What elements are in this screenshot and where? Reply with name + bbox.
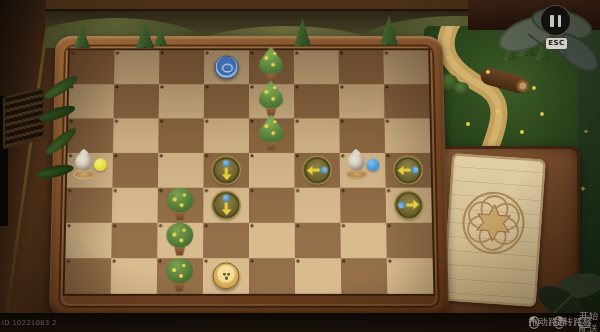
board-cell[interactable] <box>114 50 159 84</box>
hint-rotate-signpost: 旋转路标 <box>554 316 564 329</box>
board-cell[interactable] <box>112 188 158 223</box>
game-scene: ✦ ✦ ✦ ✦ ✦ ✦ ✦ ✦ ✦ ✦ <box>0 0 600 332</box>
board-cell[interactable] <box>249 258 295 294</box>
board-cell[interactable] <box>294 153 340 188</box>
board-cell[interactable] <box>294 84 339 118</box>
board-cell[interactable] <box>295 223 341 258</box>
board-cell[interactable] <box>249 188 295 223</box>
board-cell[interactable] <box>294 118 340 153</box>
board-cell[interactable] <box>384 84 430 118</box>
board-cell[interactable] <box>203 188 249 223</box>
board-cell[interactable] <box>339 118 385 153</box>
board-cell[interactable] <box>340 223 386 258</box>
board-cell[interactable] <box>65 258 112 294</box>
board-cell[interactable] <box>113 118 159 153</box>
hint-label: 开始配送 <box>579 310 600 332</box>
player-id-watermark: ID 10221083 2 <box>2 319 57 327</box>
grass-fronds <box>36 78 92 196</box>
board-cell[interactable] <box>249 223 295 258</box>
hint-start-delivery: 开始配送 <box>579 317 590 328</box>
control-hint-bar: 拖动路标 旋转路标 开始配送 <box>0 313 600 332</box>
pause-icon <box>550 15 554 27</box>
board-cell[interactable] <box>158 118 204 153</box>
board-cell[interactable] <box>294 50 339 84</box>
board-cell[interactable] <box>249 118 294 153</box>
hint-drag-signpost: 拖动路标 <box>529 316 539 329</box>
esc-key-label: ESC <box>546 38 567 49</box>
board-cell[interactable] <box>341 258 387 294</box>
board-cell[interactable] <box>339 50 384 84</box>
gold-star-icon: ✦ <box>583 128 589 136</box>
board-cell[interactable] <box>159 84 204 118</box>
decor-bush-icon <box>454 82 469 94</box>
board-cell[interactable] <box>111 258 157 294</box>
game-board[interactable] <box>65 50 434 294</box>
pause-button[interactable] <box>540 5 571 36</box>
rosette-emblem-icon <box>456 186 531 261</box>
board-cell[interactable] <box>386 223 432 258</box>
board-cell[interactable] <box>203 153 249 188</box>
board-cell[interactable] <box>339 84 385 118</box>
board-cell[interactable] <box>203 258 249 294</box>
board-cell[interactable] <box>158 153 204 188</box>
board-cell[interactable] <box>204 84 249 118</box>
board-cell[interactable] <box>203 223 249 258</box>
board-cell[interactable] <box>383 50 429 84</box>
gold-star-icon: ✦ <box>579 184 587 194</box>
board-cell[interactable] <box>387 258 434 294</box>
board-cell[interactable] <box>158 188 204 223</box>
pause-icon <box>558 15 562 27</box>
board-cell[interactable] <box>249 50 294 84</box>
board-cell[interactable] <box>295 188 341 223</box>
board-cell[interactable] <box>340 188 386 223</box>
board-cell[interactable] <box>111 223 157 258</box>
board-cell[interactable] <box>385 153 431 188</box>
board-cell[interactable] <box>112 153 158 188</box>
delivery-card[interactable] <box>442 153 546 307</box>
board-cell[interactable] <box>295 258 341 294</box>
board-wrap <box>49 36 449 317</box>
board-cell[interactable] <box>157 258 203 294</box>
board-cell[interactable] <box>384 118 430 153</box>
board-cell[interactable] <box>204 50 249 84</box>
board-cell[interactable] <box>159 50 204 84</box>
board-cell[interactable] <box>249 84 294 118</box>
board-cell[interactable] <box>340 153 386 188</box>
board-cell[interactable] <box>249 153 295 188</box>
board-cell[interactable] <box>204 118 249 153</box>
board-cell[interactable] <box>114 84 160 118</box>
board-cell[interactable] <box>65 223 111 258</box>
board-cell[interactable] <box>157 223 203 258</box>
board-cell[interactable] <box>386 188 432 223</box>
